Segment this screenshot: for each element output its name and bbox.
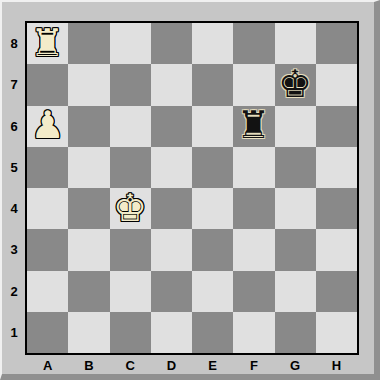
square-c8[interactable] — [110, 23, 151, 64]
square-a4[interactable] — [27, 188, 68, 229]
square-e5[interactable] — [192, 147, 233, 188]
file-label-g: G — [275, 357, 316, 373]
square-a3[interactable] — [27, 229, 68, 270]
square-h6[interactable] — [316, 106, 357, 147]
file-labels: ABCDEFGH — [27, 357, 357, 373]
square-d1[interactable] — [151, 312, 192, 353]
square-b5[interactable] — [68, 147, 109, 188]
file-label-d: D — [151, 357, 192, 373]
square-f5[interactable] — [233, 147, 274, 188]
file-label-f: F — [233, 357, 274, 373]
square-e2[interactable] — [192, 271, 233, 312]
square-d4[interactable] — [151, 188, 192, 229]
rank-label-5: 5 — [6, 147, 22, 188]
square-g8[interactable] — [275, 23, 316, 64]
piece-black-king[interactable]: ♚ — [278, 65, 312, 103]
square-d5[interactable] — [151, 147, 192, 188]
square-b3[interactable] — [68, 229, 109, 270]
square-f7[interactable] — [233, 64, 274, 105]
square-b4[interactable] — [68, 188, 109, 229]
square-g6[interactable] — [275, 106, 316, 147]
square-h1[interactable] — [316, 312, 357, 353]
piece-black-rook[interactable]: ♜ — [237, 106, 271, 144]
square-e4[interactable] — [192, 188, 233, 229]
square-f6[interactable]: ♜ — [233, 106, 274, 147]
square-h8[interactable] — [316, 23, 357, 64]
square-f3[interactable] — [233, 229, 274, 270]
square-c4[interactable]: ♚ — [110, 188, 151, 229]
square-d2[interactable] — [151, 271, 192, 312]
file-label-h: H — [316, 357, 357, 373]
square-f2[interactable] — [233, 271, 274, 312]
board-frame: 87654321 ♜♚♟♜♚ ABCDEFGH — [0, 0, 380, 380]
rank-label-2: 2 — [6, 271, 22, 312]
rank-labels: 87654321 — [6, 23, 22, 353]
file-label-e: E — [192, 357, 233, 373]
square-g1[interactable] — [275, 312, 316, 353]
square-c6[interactable] — [110, 106, 151, 147]
square-b1[interactable] — [68, 312, 109, 353]
square-e7[interactable] — [192, 64, 233, 105]
piece-white-pawn[interactable]: ♟ — [31, 106, 65, 144]
square-a7[interactable] — [27, 64, 68, 105]
rank-label-6: 6 — [6, 106, 22, 147]
square-h4[interactable] — [316, 188, 357, 229]
square-g4[interactable] — [275, 188, 316, 229]
file-label-c: C — [110, 357, 151, 373]
square-d3[interactable] — [151, 229, 192, 270]
square-h7[interactable] — [316, 64, 357, 105]
square-a8[interactable]: ♜ — [27, 23, 68, 64]
file-label-a: A — [27, 357, 68, 373]
square-b6[interactable] — [68, 106, 109, 147]
square-e1[interactable] — [192, 312, 233, 353]
square-c7[interactable] — [110, 64, 151, 105]
square-d8[interactable] — [151, 23, 192, 64]
rank-label-8: 8 — [6, 23, 22, 64]
square-f8[interactable] — [233, 23, 274, 64]
square-e8[interactable] — [192, 23, 233, 64]
square-c2[interactable] — [110, 271, 151, 312]
square-f4[interactable] — [233, 188, 274, 229]
square-h2[interactable] — [316, 271, 357, 312]
rank-label-1: 1 — [6, 312, 22, 353]
piece-white-rook[interactable]: ♜ — [31, 24, 65, 62]
square-b8[interactable] — [68, 23, 109, 64]
square-b2[interactable] — [68, 271, 109, 312]
square-g7[interactable]: ♚ — [275, 64, 316, 105]
square-c5[interactable] — [110, 147, 151, 188]
square-a1[interactable] — [27, 312, 68, 353]
square-c3[interactable] — [110, 229, 151, 270]
rank-label-3: 3 — [6, 229, 22, 270]
square-h5[interactable] — [316, 147, 357, 188]
square-f1[interactable] — [233, 312, 274, 353]
square-d6[interactable] — [151, 106, 192, 147]
square-g5[interactable] — [275, 147, 316, 188]
square-e3[interactable] — [192, 229, 233, 270]
square-e6[interactable] — [192, 106, 233, 147]
square-d7[interactable] — [151, 64, 192, 105]
rank-label-4: 4 — [6, 188, 22, 229]
square-c1[interactable] — [110, 312, 151, 353]
piece-white-king[interactable]: ♚ — [113, 189, 147, 227]
rank-label-7: 7 — [6, 64, 22, 105]
chess-board[interactable]: ♜♚♟♜♚ — [25, 21, 359, 355]
square-g3[interactable] — [275, 229, 316, 270]
square-a5[interactable] — [27, 147, 68, 188]
square-h3[interactable] — [316, 229, 357, 270]
square-b7[interactable] — [68, 64, 109, 105]
file-label-b: B — [68, 357, 109, 373]
square-a2[interactable] — [27, 271, 68, 312]
square-g2[interactable] — [275, 271, 316, 312]
square-a6[interactable]: ♟ — [27, 106, 68, 147]
